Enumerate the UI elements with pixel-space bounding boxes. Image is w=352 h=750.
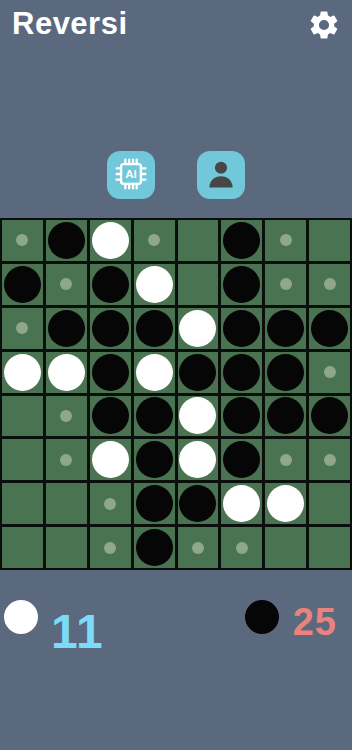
- black-disc: [136, 529, 173, 566]
- board-cell-d8[interactable]: [134, 527, 175, 568]
- ai-opponent-button[interactable]: AI: [107, 151, 155, 199]
- opponent-mode-row: AI: [0, 151, 352, 199]
- reversi-board: [0, 218, 352, 570]
- board-cell-f6[interactable]: [221, 439, 262, 480]
- black-count: 25: [293, 603, 337, 641]
- black-disc: [4, 266, 41, 303]
- gear-icon: [307, 8, 341, 45]
- board-cell-b3[interactable]: [46, 308, 87, 349]
- board-cell-c1[interactable]: [90, 220, 131, 261]
- board-cell-h4[interactable]: [309, 352, 350, 393]
- black-score: 25: [245, 600, 337, 641]
- board-cell-g1[interactable]: [265, 220, 306, 261]
- black-disc: [223, 266, 260, 303]
- black-disc: [223, 397, 260, 434]
- legal-move-hint-dot: [104, 542, 116, 554]
- legal-move-hint-dot: [148, 234, 160, 246]
- board-cell-e1[interactable]: [178, 220, 219, 261]
- board-cell-d4[interactable]: [134, 352, 175, 393]
- board-cell-d1[interactable]: [134, 220, 175, 261]
- ai-chip-icon: AI: [114, 157, 148, 194]
- board-cell-h6[interactable]: [309, 439, 350, 480]
- board-cell-f3[interactable]: [221, 308, 262, 349]
- black-disc: [311, 397, 348, 434]
- legal-move-hint-dot: [16, 234, 28, 246]
- white-disc: [267, 485, 304, 522]
- ai-chip-label: AI: [125, 167, 137, 180]
- legal-move-hint-dot: [104, 498, 116, 510]
- legal-move-hint-dot: [60, 454, 72, 466]
- black-disc: [92, 397, 129, 434]
- black-disc: [179, 354, 216, 391]
- black-disc: [223, 441, 260, 478]
- board-cell-c2[interactable]: [90, 264, 131, 305]
- board-cell-a7[interactable]: [2, 483, 43, 524]
- black-disc: [92, 310, 129, 347]
- board-cell-a4[interactable]: [2, 352, 43, 393]
- person-icon: [204, 157, 238, 194]
- legal-move-hint-dot: [192, 542, 204, 554]
- board-cell-h7[interactable]: [309, 483, 350, 524]
- board-cell-a6[interactable]: [2, 439, 43, 480]
- white-disc: [4, 354, 41, 391]
- board-cell-d3[interactable]: [134, 308, 175, 349]
- board-cell-d7[interactable]: [134, 483, 175, 524]
- black-disc: [136, 441, 173, 478]
- board-cell-f7[interactable]: [221, 483, 262, 524]
- legal-move-hint-dot: [280, 234, 292, 246]
- white-score: 11: [4, 600, 104, 656]
- board-cell-b1[interactable]: [46, 220, 87, 261]
- legal-move-hint-dot: [324, 454, 336, 466]
- white-disc: [223, 485, 260, 522]
- legal-move-hint-dot: [324, 366, 336, 378]
- black-disc: [136, 485, 173, 522]
- black-disc: [136, 397, 173, 434]
- board-cell-h1[interactable]: [309, 220, 350, 261]
- board-cell-g2[interactable]: [265, 264, 306, 305]
- board-cell-b4[interactable]: [46, 352, 87, 393]
- board-cell-g7[interactable]: [265, 483, 306, 524]
- app-root: Reversi AI: [0, 0, 352, 750]
- board-cell-e4[interactable]: [178, 352, 219, 393]
- board-cell-b7[interactable]: [46, 483, 87, 524]
- board-cell-d2[interactable]: [134, 264, 175, 305]
- board-cell-c6[interactable]: [90, 439, 131, 480]
- board-cell-g5[interactable]: [265, 396, 306, 437]
- board-cell-h5[interactable]: [309, 396, 350, 437]
- legal-move-hint-dot: [60, 278, 72, 290]
- black-disc: [48, 310, 85, 347]
- black-disc: [179, 485, 216, 522]
- white-count: 11: [51, 608, 104, 656]
- board-cell-g4[interactable]: [265, 352, 306, 393]
- board-cell-f5[interactable]: [221, 396, 262, 437]
- board-cell-e7[interactable]: [178, 483, 219, 524]
- legal-move-hint-dot: [324, 278, 336, 290]
- board-cell-d5[interactable]: [134, 396, 175, 437]
- settings-button[interactable]: [307, 9, 341, 43]
- board-cell-b5[interactable]: [46, 396, 87, 437]
- board-cell-a8[interactable]: [2, 527, 43, 568]
- board-cell-g8[interactable]: [265, 527, 306, 568]
- black-disc: [92, 266, 129, 303]
- black-disc: [223, 310, 260, 347]
- black-disc: [92, 354, 129, 391]
- white-disc: [92, 441, 129, 478]
- legal-move-hint-dot: [60, 410, 72, 422]
- board-cell-d6[interactable]: [134, 439, 175, 480]
- legal-move-hint-dot: [16, 322, 28, 334]
- legal-move-hint-dot: [236, 542, 248, 554]
- board-cell-e3[interactable]: [178, 308, 219, 349]
- black-disc: [311, 310, 348, 347]
- black-disc: [223, 222, 260, 259]
- board-cell-e5[interactable]: [178, 396, 219, 437]
- board-cell-e6[interactable]: [178, 439, 219, 480]
- board-cell-a2[interactable]: [2, 264, 43, 305]
- black-disc: [48, 222, 85, 259]
- white-disc-icon: [4, 600, 38, 634]
- legal-move-hint-dot: [280, 278, 292, 290]
- white-disc: [136, 266, 173, 303]
- human-opponent-button[interactable]: [197, 151, 245, 199]
- board-cell-f1[interactable]: [221, 220, 262, 261]
- board-cell-a5[interactable]: [2, 396, 43, 437]
- board-cell-b2[interactable]: [46, 264, 87, 305]
- board-cell-c8[interactable]: [90, 527, 131, 568]
- board-cell-h2[interactable]: [309, 264, 350, 305]
- board-cell-g3[interactable]: [265, 308, 306, 349]
- white-disc: [179, 397, 216, 434]
- black-disc: [223, 354, 260, 391]
- board-cell-e2[interactable]: [178, 264, 219, 305]
- board-cell-c3[interactable]: [90, 308, 131, 349]
- board-cell-c4[interactable]: [90, 352, 131, 393]
- black-disc: [267, 310, 304, 347]
- white-disc: [179, 310, 216, 347]
- board-cell-f2[interactable]: [221, 264, 262, 305]
- board-cell-h3[interactable]: [309, 308, 350, 349]
- board-cell-g6[interactable]: [265, 439, 306, 480]
- board-cell-c5[interactable]: [90, 396, 131, 437]
- white-disc: [179, 441, 216, 478]
- black-disc: [267, 397, 304, 434]
- board-cell-f4[interactable]: [221, 352, 262, 393]
- board-cell-f8[interactable]: [221, 527, 262, 568]
- black-disc-icon: [245, 600, 279, 634]
- board-cell-b8[interactable]: [46, 527, 87, 568]
- board-cell-h8[interactable]: [309, 527, 350, 568]
- board-cell-e8[interactable]: [178, 527, 219, 568]
- board-cell-a1[interactable]: [2, 220, 43, 261]
- black-disc: [136, 310, 173, 347]
- legal-move-hint-dot: [280, 454, 292, 466]
- board-cell-a3[interactable]: [2, 308, 43, 349]
- board-cell-b6[interactable]: [46, 439, 87, 480]
- white-disc: [48, 354, 85, 391]
- black-disc: [267, 354, 304, 391]
- white-disc: [136, 354, 173, 391]
- page-title: Reversi: [12, 6, 128, 42]
- board-cell-c7[interactable]: [90, 483, 131, 524]
- white-disc: [92, 222, 129, 259]
